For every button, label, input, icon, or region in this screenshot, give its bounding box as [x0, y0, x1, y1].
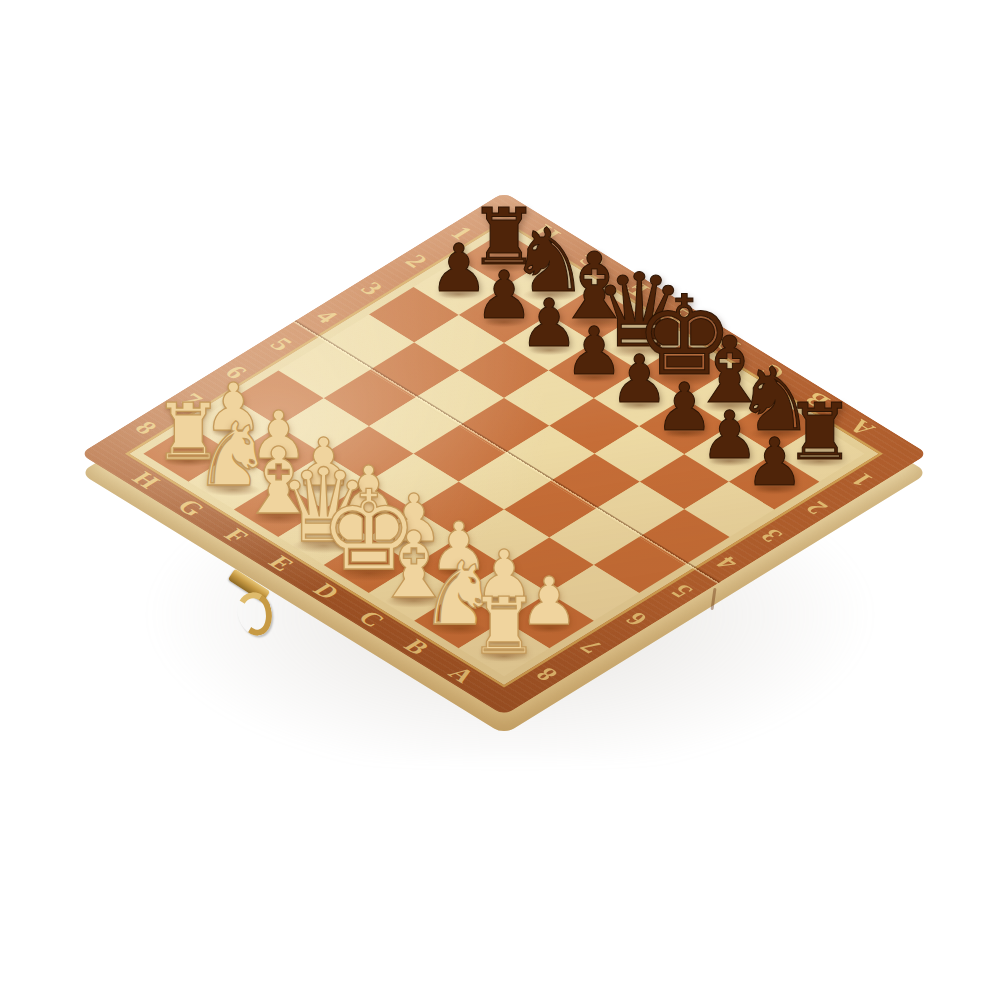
clasp-hook-icon — [233, 589, 277, 640]
brass-clasp — [226, 576, 280, 636]
product-photo-scene: HGFEDCBA HGFEDCBA 12345678 12345678 ♜♞♝♛… — [0, 0, 1000, 1000]
